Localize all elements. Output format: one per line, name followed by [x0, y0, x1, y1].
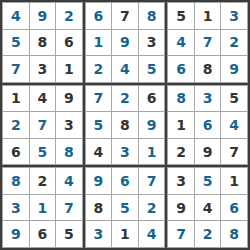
sudoku-cell-r3c6[interactable]: 5: [139, 56, 165, 82]
sudoku-cell-r6c8[interactable]: 9: [195, 139, 221, 165]
sudoku-cell-r8c6[interactable]: 2: [139, 195, 165, 221]
sudoku-cell-r6c5[interactable]: 3: [112, 139, 138, 165]
sudoku-box-2: 678193245: [85, 2, 166, 83]
sudoku-cell-r6c7[interactable]: 2: [168, 139, 194, 165]
sudoku-box-8: 967852314: [85, 167, 166, 248]
sudoku-cell-r4c2[interactable]: 4: [30, 86, 56, 112]
sudoku-cell-r7c7[interactable]: 3: [168, 168, 194, 194]
sudoku-cell-r8c1[interactable]: 3: [3, 195, 29, 221]
sudoku-cell-r4c3[interactable]: 9: [56, 86, 82, 112]
sudoku-cell-r5c8[interactable]: 6: [195, 112, 221, 138]
sudoku-cell-r7c8[interactable]: 5: [195, 168, 221, 194]
sudoku-cell-r8c3[interactable]: 7: [56, 195, 82, 221]
sudoku-cell-r5c5[interactable]: 8: [112, 112, 138, 138]
sudoku-cell-r9c4[interactable]: 3: [86, 221, 112, 247]
sudoku-cell-r4c1[interactable]: 1: [3, 86, 29, 112]
sudoku-cell-r1c2[interactable]: 9: [30, 3, 56, 29]
sudoku-box-6: 835164297: [167, 85, 248, 166]
sudoku-cell-r6c9[interactable]: 7: [221, 139, 247, 165]
sudoku-cell-r9c9[interactable]: 8: [221, 221, 247, 247]
sudoku-cell-r5c2[interactable]: 7: [30, 112, 56, 138]
sudoku-cell-r4c7[interactable]: 8: [168, 86, 194, 112]
sudoku-cell-r3c5[interactable]: 4: [112, 56, 138, 82]
sudoku-cell-r2c8[interactable]: 7: [195, 30, 221, 56]
sudoku-cell-r3c3[interactable]: 1: [56, 56, 82, 82]
sudoku-cell-r3c4[interactable]: 2: [86, 56, 112, 82]
sudoku-cell-r5c1[interactable]: 2: [3, 112, 29, 138]
sudoku-cell-r2c6[interactable]: 3: [139, 30, 165, 56]
sudoku-cell-r9c5[interactable]: 1: [112, 221, 138, 247]
sudoku-cell-r8c9[interactable]: 6: [221, 195, 247, 221]
sudoku-cell-r3c7[interactable]: 6: [168, 56, 194, 82]
sudoku-box-5: 726589431: [85, 85, 166, 166]
sudoku-cell-r1c3[interactable]: 2: [56, 3, 82, 29]
sudoku-cell-r5c4[interactable]: 5: [86, 112, 112, 138]
sudoku-cell-r1c4[interactable]: 6: [86, 3, 112, 29]
sudoku-cell-r2c9[interactable]: 2: [221, 30, 247, 56]
sudoku-box-1: 492586731: [2, 2, 83, 83]
sudoku-cell-r1c5[interactable]: 7: [112, 3, 138, 29]
sudoku-cell-r6c4[interactable]: 4: [86, 139, 112, 165]
sudoku-cell-r2c2[interactable]: 8: [30, 30, 56, 56]
sudoku-cell-r8c2[interactable]: 1: [30, 195, 56, 221]
sudoku-cell-r3c8[interactable]: 8: [195, 56, 221, 82]
sudoku-cell-r9c2[interactable]: 6: [30, 221, 56, 247]
sudoku-cell-r1c7[interactable]: 5: [168, 3, 194, 29]
sudoku-cell-r9c1[interactable]: 9: [3, 221, 29, 247]
sudoku-cell-r2c5[interactable]: 9: [112, 30, 138, 56]
sudoku-cell-r7c2[interactable]: 2: [30, 168, 56, 194]
sudoku-cell-r9c6[interactable]: 4: [139, 221, 165, 247]
sudoku-cell-r4c4[interactable]: 7: [86, 86, 112, 112]
sudoku-cell-r6c3[interactable]: 8: [56, 139, 82, 165]
sudoku-cell-r7c5[interactable]: 6: [112, 168, 138, 194]
sudoku-cell-r7c4[interactable]: 9: [86, 168, 112, 194]
sudoku-cell-r7c9[interactable]: 1: [221, 168, 247, 194]
sudoku-cell-r2c7[interactable]: 4: [168, 30, 194, 56]
sudoku-cell-r6c2[interactable]: 5: [30, 139, 56, 165]
sudoku-board: 4925867316781932455134726891492736587265…: [0, 0, 250, 250]
sudoku-cell-r4c9[interactable]: 5: [221, 86, 247, 112]
sudoku-cell-r7c6[interactable]: 7: [139, 168, 165, 194]
sudoku-box-4: 149273658: [2, 85, 83, 166]
sudoku-cell-r4c8[interactable]: 3: [195, 86, 221, 112]
sudoku-cell-r5c6[interactable]: 9: [139, 112, 165, 138]
sudoku-cell-r2c1[interactable]: 5: [3, 30, 29, 56]
sudoku-cell-r8c8[interactable]: 4: [195, 195, 221, 221]
sudoku-cell-r3c9[interactable]: 9: [221, 56, 247, 82]
sudoku-cell-r1c9[interactable]: 3: [221, 3, 247, 29]
sudoku-cell-r8c7[interactable]: 9: [168, 195, 194, 221]
sudoku-box-3: 513472689: [167, 2, 248, 83]
sudoku-cell-r4c5[interactable]: 2: [112, 86, 138, 112]
sudoku-cell-r7c1[interactable]: 8: [3, 168, 29, 194]
sudoku-cell-r9c3[interactable]: 5: [56, 221, 82, 247]
sudoku-cell-r4c6[interactable]: 6: [139, 86, 165, 112]
sudoku-cell-r2c4[interactable]: 1: [86, 30, 112, 56]
sudoku-cell-r6c6[interactable]: 1: [139, 139, 165, 165]
sudoku-cell-r3c2[interactable]: 3: [30, 56, 56, 82]
sudoku-cell-r2c3[interactable]: 6: [56, 30, 82, 56]
sudoku-cell-r8c5[interactable]: 5: [112, 195, 138, 221]
sudoku-cell-r8c4[interactable]: 8: [86, 195, 112, 221]
sudoku-box-9: 351946728: [167, 167, 248, 248]
sudoku-cell-r5c3[interactable]: 3: [56, 112, 82, 138]
sudoku-cell-r6c1[interactable]: 6: [3, 139, 29, 165]
sudoku-cell-r3c1[interactable]: 7: [3, 56, 29, 82]
sudoku-cell-r9c8[interactable]: 2: [195, 221, 221, 247]
sudoku-cell-r1c1[interactable]: 4: [3, 3, 29, 29]
sudoku-cell-r9c7[interactable]: 7: [168, 221, 194, 247]
sudoku-box-7: 824317965: [2, 167, 83, 248]
sudoku-cell-r1c8[interactable]: 1: [195, 3, 221, 29]
sudoku-cell-r5c7[interactable]: 1: [168, 112, 194, 138]
sudoku-cell-r7c3[interactable]: 4: [56, 168, 82, 194]
sudoku-cell-r1c6[interactable]: 8: [139, 3, 165, 29]
sudoku-cell-r5c9[interactable]: 4: [221, 112, 247, 138]
